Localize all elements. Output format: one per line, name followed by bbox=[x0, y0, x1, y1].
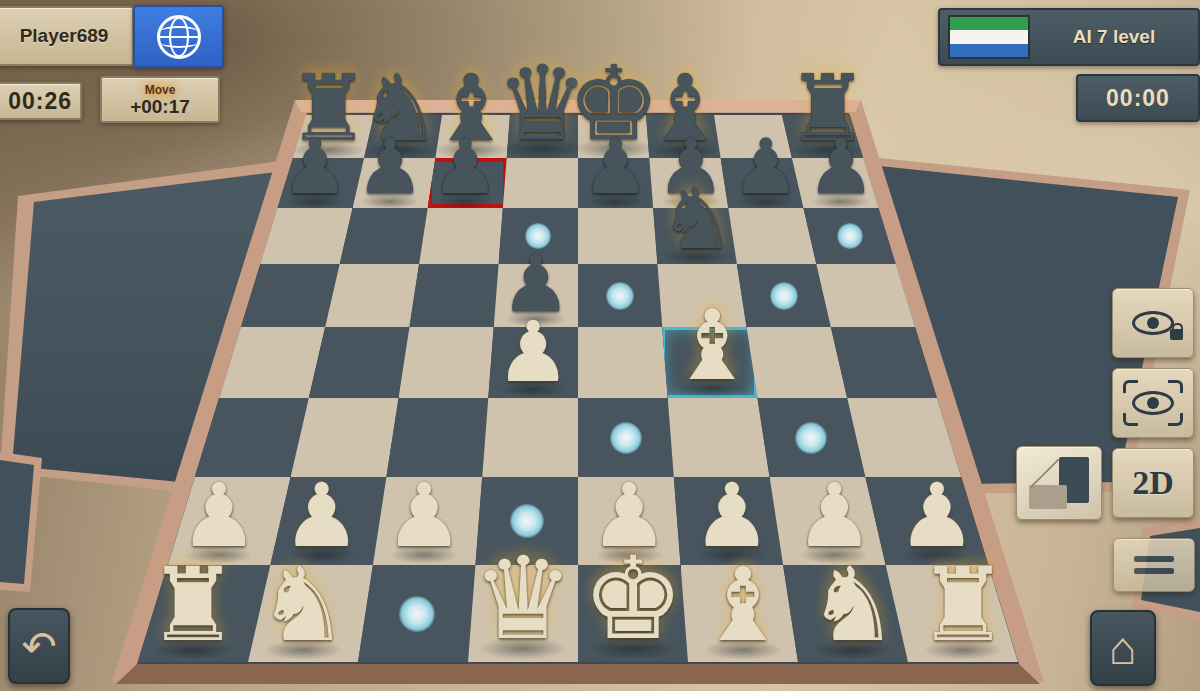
menu-button[interactable] bbox=[1113, 538, 1195, 592]
square-e5[interactable] bbox=[578, 264, 662, 327]
move-bonus-label: Move bbox=[145, 84, 176, 96]
move-bonus-box: Move +00:17 bbox=[100, 76, 220, 123]
piece-black-pawn-e7[interactable]: ♟ bbox=[581, 129, 649, 205]
piece-white-pawn-c2[interactable]: ♟ bbox=[385, 472, 464, 560]
view-lock-button[interactable] bbox=[1112, 288, 1194, 358]
legal-move-dot-e5[interactable] bbox=[606, 282, 634, 310]
home-button[interactable]: ⌂ bbox=[1090, 610, 1156, 686]
legal-move-dot-c1[interactable] bbox=[399, 596, 435, 632]
legal-move-dot-e3[interactable] bbox=[610, 422, 642, 454]
eye-icon bbox=[1132, 391, 1174, 415]
piece-white-bishop-f4[interactable]: ♝ bbox=[669, 297, 756, 394]
mode-2d-button[interactable]: 2D bbox=[1112, 448, 1194, 518]
move-bonus-value: +00:17 bbox=[130, 97, 190, 116]
square-a4[interactable] bbox=[219, 327, 325, 398]
white-player-name: Player689 bbox=[20, 25, 109, 47]
piece-black-pawn-c7[interactable]: ♟ bbox=[431, 129, 499, 205]
piece-black-pawn-g7[interactable]: ♟ bbox=[732, 129, 800, 205]
menu-icon bbox=[1134, 556, 1174, 574]
piece-black-pawn-b7[interactable]: ♟ bbox=[356, 129, 424, 205]
board-layout-button[interactable] bbox=[1016, 446, 1102, 520]
view-button[interactable] bbox=[1112, 368, 1194, 438]
legal-move-dot-g5[interactable] bbox=[770, 282, 798, 310]
piece-white-rook-h1[interactable]: ♜ bbox=[917, 554, 1008, 656]
black-clock-value: 00:00 bbox=[1106, 85, 1170, 112]
mode-2d-label: 2D bbox=[1132, 464, 1174, 502]
square-h6[interactable] bbox=[803, 208, 895, 264]
piece-white-king-e1[interactable]: ♚ bbox=[582, 542, 684, 656]
square-c4[interactable] bbox=[399, 327, 494, 398]
game-screen: ♜♞♝♛♚♝♜♟♟♟♟♟♟♟♞♟♟♝♟♟♟♟♟♟♟♜♞♛♚♝♞♜ Player6… bbox=[0, 0, 1200, 691]
square-d3[interactable] bbox=[482, 398, 578, 477]
legal-move-dot-g3[interactable] bbox=[795, 422, 827, 454]
square-h4[interactable] bbox=[831, 327, 937, 398]
piece-white-bishop-f1[interactable]: ♝ bbox=[697, 554, 788, 656]
square-d7[interactable] bbox=[503, 158, 578, 208]
undo-icon: ↶ bbox=[21, 622, 56, 671]
square-c6[interactable] bbox=[419, 208, 503, 264]
square-b6[interactable] bbox=[340, 208, 428, 264]
square-g6[interactable] bbox=[728, 208, 816, 264]
piece-white-pawn-d4[interactable]: ♟ bbox=[495, 310, 570, 394]
piece-white-queen-d1[interactable]: ♛ bbox=[472, 542, 574, 656]
square-e4[interactable] bbox=[578, 327, 668, 398]
online-globe-button[interactable] bbox=[133, 5, 224, 68]
black-player-bar: AI 7 level bbox=[938, 8, 1200, 66]
legal-move-dot-h6[interactable] bbox=[837, 223, 863, 249]
square-b5[interactable] bbox=[325, 264, 419, 327]
square-h5[interactable] bbox=[816, 264, 915, 327]
square-a5[interactable] bbox=[241, 264, 340, 327]
piece-white-knight-b1[interactable]: ♞ bbox=[257, 554, 348, 656]
square-e6[interactable] bbox=[578, 208, 657, 264]
square-c1[interactable] bbox=[358, 565, 475, 662]
piece-black-pawn-h7[interactable]: ♟ bbox=[807, 129, 875, 205]
square-b4[interactable] bbox=[309, 327, 410, 398]
flag-icon bbox=[948, 15, 1030, 59]
piece-black-pawn-a7[interactable]: ♟ bbox=[281, 129, 349, 205]
black-player-name: AI 7 level bbox=[1030, 26, 1198, 48]
globe-icon bbox=[157, 15, 201, 59]
white-clock: 00:26 bbox=[0, 82, 82, 120]
black-clock: 00:00 bbox=[1076, 74, 1200, 122]
piece-white-knight-g1[interactable]: ♞ bbox=[807, 554, 898, 656]
piece-white-rook-a1[interactable]: ♜ bbox=[147, 554, 238, 656]
square-g4[interactable] bbox=[747, 327, 848, 398]
undo-button[interactable]: ↶ bbox=[8, 608, 70, 684]
square-c5[interactable] bbox=[409, 264, 498, 327]
home-icon: ⌂ bbox=[1109, 621, 1137, 675]
piece-black-knight-f6[interactable]: ♞ bbox=[660, 177, 735, 261]
square-a6[interactable] bbox=[260, 208, 352, 264]
white-clock-value: 00:26 bbox=[8, 88, 72, 115]
white-player-bar: Player689 bbox=[0, 6, 134, 66]
eye-lock-icon bbox=[1132, 311, 1174, 335]
